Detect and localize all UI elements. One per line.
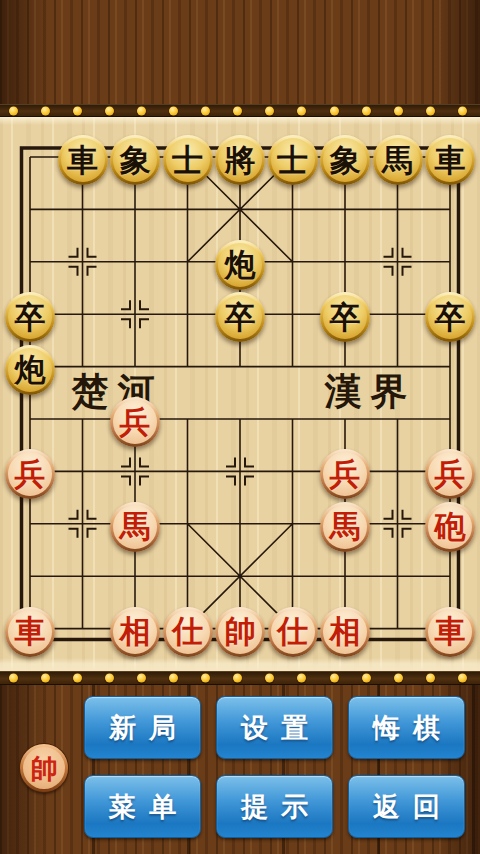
wood-panel-top bbox=[0, 0, 480, 104]
piece-red-soldier[interactable]: 兵 bbox=[110, 397, 160, 447]
button-panel: 新局 设置 悔棋 菜单 提示 返回 bbox=[84, 696, 465, 838]
gold-stud-icon bbox=[394, 674, 403, 683]
piece-black-advisor[interactable]: 士 bbox=[268, 135, 318, 185]
piece-black-general[interactable]: 將 bbox=[215, 135, 265, 185]
gold-stud-icon bbox=[137, 674, 146, 683]
piece-black-soldier[interactable]: 卒 bbox=[425, 292, 475, 342]
gold-stud-icon bbox=[105, 674, 114, 683]
gold-stud-icon bbox=[362, 106, 371, 115]
gold-stud-icon bbox=[458, 674, 467, 683]
piece-black-horse[interactable]: 馬 bbox=[373, 135, 423, 185]
piece-black-cannon[interactable]: 炮 bbox=[5, 345, 55, 395]
indicator-face: 帥 bbox=[23, 747, 65, 789]
hint-button[interactable]: 提示 bbox=[216, 775, 333, 838]
gold-stud-icon bbox=[265, 674, 274, 683]
wood-panel-bottom: 帥 新局 设置 悔棋 菜单 提示 返回 bbox=[0, 685, 480, 854]
piece-red-elephant[interactable]: 相 bbox=[110, 607, 160, 657]
gold-stud-icon bbox=[137, 106, 146, 115]
gold-stud-icon bbox=[41, 674, 50, 683]
piece-black-cannon[interactable]: 炮 bbox=[215, 240, 265, 290]
gold-stud-icon bbox=[233, 674, 242, 683]
gold-stud-icon bbox=[330, 674, 339, 683]
gold-stud-icon bbox=[73, 674, 82, 683]
stud-bar-top bbox=[0, 104, 480, 117]
gold-stud-icon bbox=[41, 106, 50, 115]
piece-red-advisor[interactable]: 仕 bbox=[268, 607, 318, 657]
gold-stud-icon bbox=[9, 106, 18, 115]
piece-red-soldier[interactable]: 兵 bbox=[320, 449, 370, 499]
gold-stud-icon bbox=[201, 106, 210, 115]
gold-stud-icon bbox=[426, 674, 435, 683]
gold-stud-icon bbox=[362, 674, 371, 683]
piece-black-elephant[interactable]: 象 bbox=[320, 135, 370, 185]
gold-stud-icon bbox=[105, 106, 114, 115]
piece-red-advisor[interactable]: 仕 bbox=[163, 607, 213, 657]
gold-stud-icon bbox=[394, 106, 403, 115]
red-general-turn-indicator: 帥 bbox=[20, 744, 68, 792]
menu-button[interactable]: 菜单 bbox=[84, 775, 201, 838]
piece-black-soldier[interactable]: 卒 bbox=[320, 292, 370, 342]
new-game-button[interactable]: 新局 bbox=[84, 696, 201, 759]
gold-stud-icon bbox=[297, 674, 306, 683]
piece-black-soldier[interactable]: 卒 bbox=[5, 292, 55, 342]
gold-stud-icon bbox=[458, 106, 467, 115]
piece-red-soldier[interactable]: 兵 bbox=[5, 449, 55, 499]
gold-stud-icon bbox=[73, 106, 82, 115]
piece-red-chariot[interactable]: 車 bbox=[425, 607, 475, 657]
piece-black-chariot[interactable]: 車 bbox=[425, 135, 475, 185]
piece-black-advisor[interactable]: 士 bbox=[163, 135, 213, 185]
gold-stud-icon bbox=[201, 674, 210, 683]
settings-button[interactable]: 设置 bbox=[216, 696, 333, 759]
gold-stud-icon bbox=[265, 106, 274, 115]
piece-red-general[interactable]: 帥 bbox=[215, 607, 265, 657]
gold-stud-icon bbox=[169, 674, 178, 683]
piece-red-elephant[interactable]: 相 bbox=[320, 607, 370, 657]
stud-bar-bottom bbox=[0, 671, 480, 685]
gold-stud-icon bbox=[297, 106, 306, 115]
undo-button[interactable]: 悔棋 bbox=[348, 696, 465, 759]
gold-stud-icon bbox=[426, 106, 435, 115]
river-label-chu: 楚河 bbox=[48, 371, 178, 411]
gold-stud-icon bbox=[169, 106, 178, 115]
piece-red-horse[interactable]: 馬 bbox=[110, 502, 160, 552]
xiangqi-game-screen: 楚河 漢界 車象士將士象馬車炮卒卒卒卒炮兵兵兵兵馬馬砲車相仕帥仕相車 帥 新局 … bbox=[0, 0, 480, 854]
piece-black-chariot[interactable]: 車 bbox=[58, 135, 108, 185]
piece-red-chariot[interactable]: 車 bbox=[5, 607, 55, 657]
piece-black-soldier[interactable]: 卒 bbox=[215, 292, 265, 342]
gold-stud-icon bbox=[233, 106, 242, 115]
gold-stud-icon bbox=[9, 674, 18, 683]
river-label-han: 漢界 bbox=[301, 371, 431, 411]
back-button[interactable]: 返回 bbox=[348, 775, 465, 838]
xiangqi-board[interactable]: 楚河 漢界 車象士將士象馬車炮卒卒卒卒炮兵兵兵兵馬馬砲車相仕帥仕相車 bbox=[0, 117, 480, 671]
last-move-from-marker bbox=[214, 344, 266, 396]
piece-black-elephant[interactable]: 象 bbox=[110, 135, 160, 185]
piece-red-horse[interactable]: 馬 bbox=[320, 502, 370, 552]
piece-red-cannon[interactable]: 砲 bbox=[425, 502, 475, 552]
indicator-glyph: 帥 bbox=[31, 755, 58, 782]
gold-stud-icon bbox=[330, 106, 339, 115]
piece-red-soldier[interactable]: 兵 bbox=[425, 449, 475, 499]
